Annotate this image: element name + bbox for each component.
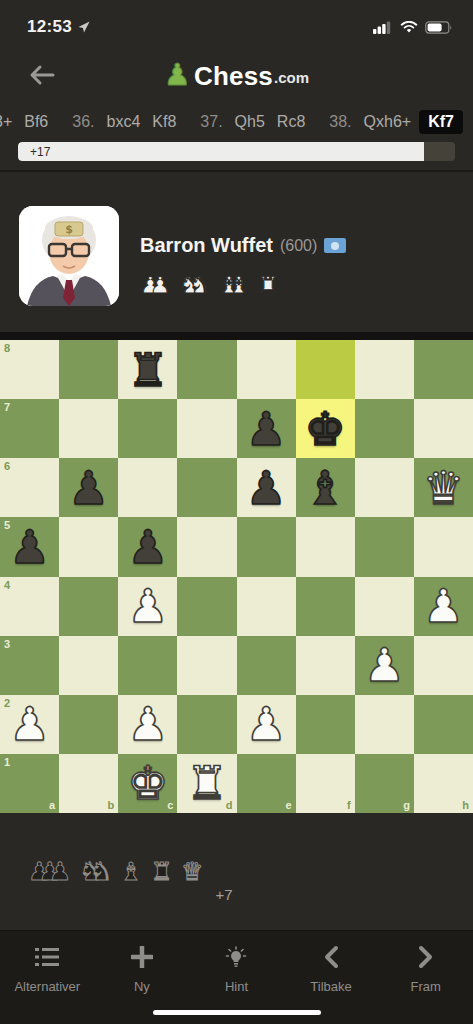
options-button[interactable]: Alternativer <box>0 944 95 1024</box>
square-h3[interactable] <box>414 636 473 695</box>
square-d8[interactable] <box>177 340 236 399</box>
piece-white-pawn-h4[interactable]: ♟ <box>423 583 464 629</box>
square-a2[interactable]: 2♟ <box>0 695 59 754</box>
move-rc8[interactable]: Rc8 <box>277 113 305 131</box>
square-g4[interactable] <box>355 577 414 636</box>
captured-pieces-bottom: ♟♟♟♞♞♝♜♛ <box>28 859 211 885</box>
avatar-image: $ <box>19 206 119 306</box>
battery-icon <box>425 21 453 34</box>
evaluation-bar-white-fill: +17 <box>18 142 424 161</box>
rank-label-3: 3 <box>4 639 10 650</box>
back-move-label: Tilbake <box>310 979 351 994</box>
header: ♟ Chess .com <box>0 44 473 106</box>
square-b8[interactable] <box>59 340 118 399</box>
captured-group-pawn: ♟♟ <box>140 273 170 297</box>
player-rating: (600) <box>280 237 317 255</box>
square-g2[interactable] <box>355 695 414 754</box>
rank-label-2: 2 <box>4 698 10 709</box>
square-g8[interactable] <box>355 340 414 399</box>
square-e3[interactable] <box>237 636 296 695</box>
square-c5[interactable]: ♟ <box>118 517 177 576</box>
board-top-edge <box>0 332 473 340</box>
captured-group-queen: ♛ <box>181 859 203 885</box>
file-label-b: b <box>108 800 115 811</box>
forward-move-button[interactable]: Fram <box>378 944 473 1024</box>
cellular-signal-icon <box>373 21 393 34</box>
square-g6[interactable] <box>355 458 414 517</box>
captured-group-pawn: ♟♟♟ <box>28 859 71 885</box>
piece-black-bishop-f6[interactable]: ♝ <box>305 465 346 511</box>
square-f3[interactable] <box>296 636 355 695</box>
square-b1[interactable]: b <box>59 754 118 813</box>
back-arrow-icon <box>29 64 55 86</box>
captured-group-rook: ♜ <box>151 859 173 885</box>
square-f6[interactable]: ♝ <box>296 458 355 517</box>
material-advantage: +7 <box>215 886 232 903</box>
captured-white-rook-icon: ♜ <box>258 273 279 297</box>
square-f1[interactable]: f <box>296 754 355 813</box>
move-3+[interactable]: 3+ <box>0 113 12 131</box>
file-label-g: g <box>403 800 410 811</box>
square-e6[interactable]: ♟ <box>237 458 296 517</box>
move-list: 3+Bf636.bxc4Kf837.Qh5Rc838.Qxh6+Kf7 <box>0 106 473 138</box>
wifi-icon <box>400 21 418 34</box>
square-e4[interactable] <box>237 577 296 636</box>
captured-pieces-bottom-tray: ♟♟♟♞♞♝♜♛ +7 <box>0 813 473 930</box>
square-a5[interactable]: 5♟ <box>0 517 59 576</box>
file-label-f: f <box>347 800 351 811</box>
move-number: 37. <box>200 113 222 131</box>
square-f2[interactable] <box>296 695 355 754</box>
captured-group-bishop: ♝♝ <box>219 273 249 297</box>
location-arrow-icon <box>77 20 91 34</box>
list-icon <box>35 944 59 970</box>
player-flag-icon <box>324 238 346 253</box>
move-kf8[interactable]: Kf8 <box>152 113 176 131</box>
square-c2[interactable]: ♟ <box>118 695 177 754</box>
piece-black-pawn-e6[interactable]: ♟ <box>245 465 286 511</box>
piece-black-pawn-a5[interactable]: ♟ <box>9 524 50 570</box>
square-d1[interactable]: d♜ <box>177 754 236 813</box>
move-number: 36. <box>72 113 94 131</box>
rank-label-6: 6 <box>4 461 10 472</box>
chesscom-logo: ♟ Chess .com <box>164 60 309 90</box>
square-c7[interactable] <box>118 399 177 458</box>
square-e1[interactable]: e <box>237 754 296 813</box>
square-h6[interactable]: ♛ <box>414 458 473 517</box>
svg-text:$: $ <box>65 223 73 236</box>
square-c3[interactable] <box>118 636 177 695</box>
piece-white-rook-d1[interactable]: ♜ <box>186 760 227 806</box>
move-bf6[interactable]: Bf6 <box>24 113 48 131</box>
captured-group-knight: ♞♞ <box>179 273 209 297</box>
square-e8[interactable] <box>237 340 296 399</box>
captured-black-rook-icon: ♜ <box>151 859 173 885</box>
piece-white-pawn-g3[interactable]: ♟ <box>364 642 405 688</box>
square-d7[interactable] <box>177 399 236 458</box>
move-qxh6+[interactable]: Qxh6+ <box>364 113 412 131</box>
square-d4[interactable] <box>177 577 236 636</box>
square-a4[interactable]: 4 <box>0 577 59 636</box>
captured-group-bishop: ♝ <box>120 859 142 885</box>
captured-black-queen-icon: ♛ <box>181 859 203 885</box>
square-a1[interactable]: 1a <box>0 754 59 813</box>
square-b3[interactable] <box>59 636 118 695</box>
piece-black-pawn-e7[interactable]: ♟ <box>245 406 286 452</box>
captured-group-rook: ♜ <box>258 273 279 297</box>
clock-time: 12:53 <box>27 17 72 37</box>
new-game-label: Ny <box>134 979 150 994</box>
plus-icon <box>131 944 153 970</box>
square-b7[interactable] <box>59 399 118 458</box>
file-label-a: a <box>49 800 55 811</box>
rank-label-4: 4 <box>4 580 10 591</box>
evaluation-bar: +17 <box>18 142 455 161</box>
move-kf7[interactable]: Kf7 <box>419 110 463 134</box>
square-f8[interactable] <box>296 340 355 399</box>
square-d5[interactable] <box>177 517 236 576</box>
evaluation-score: +17 <box>18 145 50 159</box>
square-h5[interactable] <box>414 517 473 576</box>
square-b2[interactable] <box>59 695 118 754</box>
captured-black-knight-icon: ♞ <box>90 859 112 885</box>
chevron-right-icon <box>418 944 434 970</box>
square-c1[interactable]: c♚ <box>118 754 177 813</box>
piece-black-rook-c8[interactable]: ♜ <box>127 347 168 393</box>
square-h7[interactable] <box>414 399 473 458</box>
square-d2[interactable] <box>177 695 236 754</box>
square-f5[interactable] <box>296 517 355 576</box>
square-h2[interactable] <box>414 695 473 754</box>
square-e7[interactable]: ♟ <box>237 399 296 458</box>
logo-pawn-icon: ♟ <box>164 60 191 90</box>
square-h8[interactable] <box>414 340 473 399</box>
captured-black-bishop-icon: ♝ <box>120 859 142 885</box>
rank-label-5: 5 <box>4 520 10 531</box>
avatar[interactable]: $ <box>19 206 119 306</box>
forward-move-label: Fram <box>411 979 441 994</box>
piece-white-pawn-e2[interactable]: ♟ <box>245 701 286 747</box>
square-h1[interactable]: h <box>414 754 473 813</box>
chevron-left-icon <box>323 944 339 970</box>
square-h4[interactable]: ♟ <box>414 577 473 636</box>
captured-black-pawn-icon: ♟ <box>49 859 71 885</box>
back-button[interactable] <box>26 59 58 91</box>
rank-label-7: 7 <box>4 402 10 413</box>
captured-group-knight: ♞♞ <box>79 859 112 885</box>
piece-white-queen-h6[interactable]: ♛ <box>423 465 464 511</box>
square-g3[interactable]: ♟ <box>355 636 414 695</box>
rank-label-8: 8 <box>4 343 10 354</box>
square-b5[interactable] <box>59 517 118 576</box>
move-number: 38. <box>329 113 351 131</box>
player-name[interactable]: Barron Wuffet <box>140 234 273 257</box>
square-b6[interactable]: ♟ <box>59 458 118 517</box>
square-g5[interactable] <box>355 517 414 576</box>
square-f7[interactable]: ♚ <box>296 399 355 458</box>
logo-text: Chess <box>194 62 273 90</box>
square-g1[interactable]: g <box>355 754 414 813</box>
square-a8[interactable]: 8 <box>0 340 59 399</box>
opponent-card: $ Barron Wuffet (600) ♟♟♞♞♝♝♜ <box>0 172 473 332</box>
hint-label: Hint <box>225 979 248 994</box>
lightbulb-icon <box>224 944 248 970</box>
square-a3[interactable]: 3 <box>0 636 59 695</box>
bottom-toolbar: Alternativer Ny Hint <box>0 930 473 1024</box>
square-d6[interactable] <box>177 458 236 517</box>
captured-pieces-top: ♟♟♞♞♝♝♜ <box>140 273 346 297</box>
piece-white-pawn-a2[interactable]: ♟ <box>9 701 50 747</box>
file-label-c: c <box>167 800 173 811</box>
home-indicator[interactable] <box>153 1010 321 1015</box>
captured-white-bishop-icon: ♝ <box>228 273 249 297</box>
evaluation-row: +17 <box>0 138 473 170</box>
square-d3[interactable] <box>177 636 236 695</box>
chess-board: 8♜7♟♚6♟♟♝♛5♟♟4♟♟3♟2♟♟♟1abc♚d♜efgh <box>0 340 473 813</box>
square-b4[interactable] <box>59 577 118 636</box>
square-f4[interactable] <box>296 577 355 636</box>
square-a6[interactable]: 6 <box>0 458 59 517</box>
square-c4[interactable]: ♟ <box>118 577 177 636</box>
square-c6[interactable] <box>118 458 177 517</box>
piece-white-king-c1[interactable]: ♚ <box>127 760 168 806</box>
square-e5[interactable] <box>237 517 296 576</box>
piece-black-king-f7[interactable]: ♚ <box>305 406 346 452</box>
logo-suffix: .com <box>274 66 309 90</box>
square-c8[interactable]: ♜ <box>118 340 177 399</box>
options-label: Alternativer <box>14 979 80 994</box>
piece-black-pawn-b6[interactable]: ♟ <box>68 465 109 511</box>
piece-white-pawn-c2[interactable]: ♟ <box>127 701 168 747</box>
status-bar: 12:53 <box>0 0 473 44</box>
move-qh5[interactable]: Qh5 <box>235 113 265 131</box>
file-label-e: e <box>286 800 292 811</box>
square-e2[interactable]: ♟ <box>237 695 296 754</box>
rank-label-1: 1 <box>4 757 10 768</box>
piece-white-pawn-c4[interactable]: ♟ <box>127 583 168 629</box>
move-bxc4[interactable]: bxc4 <box>107 113 141 131</box>
captured-white-knight-icon: ♞ <box>189 273 210 297</box>
piece-black-pawn-c5[interactable]: ♟ <box>127 524 168 570</box>
app-screen: 12:53 <box>0 0 473 1024</box>
square-g7[interactable] <box>355 399 414 458</box>
square-a7[interactable]: 7 <box>0 399 59 458</box>
file-label-d: d <box>226 800 233 811</box>
captured-white-pawn-icon: ♟ <box>150 273 171 297</box>
file-label-h: h <box>462 800 469 811</box>
